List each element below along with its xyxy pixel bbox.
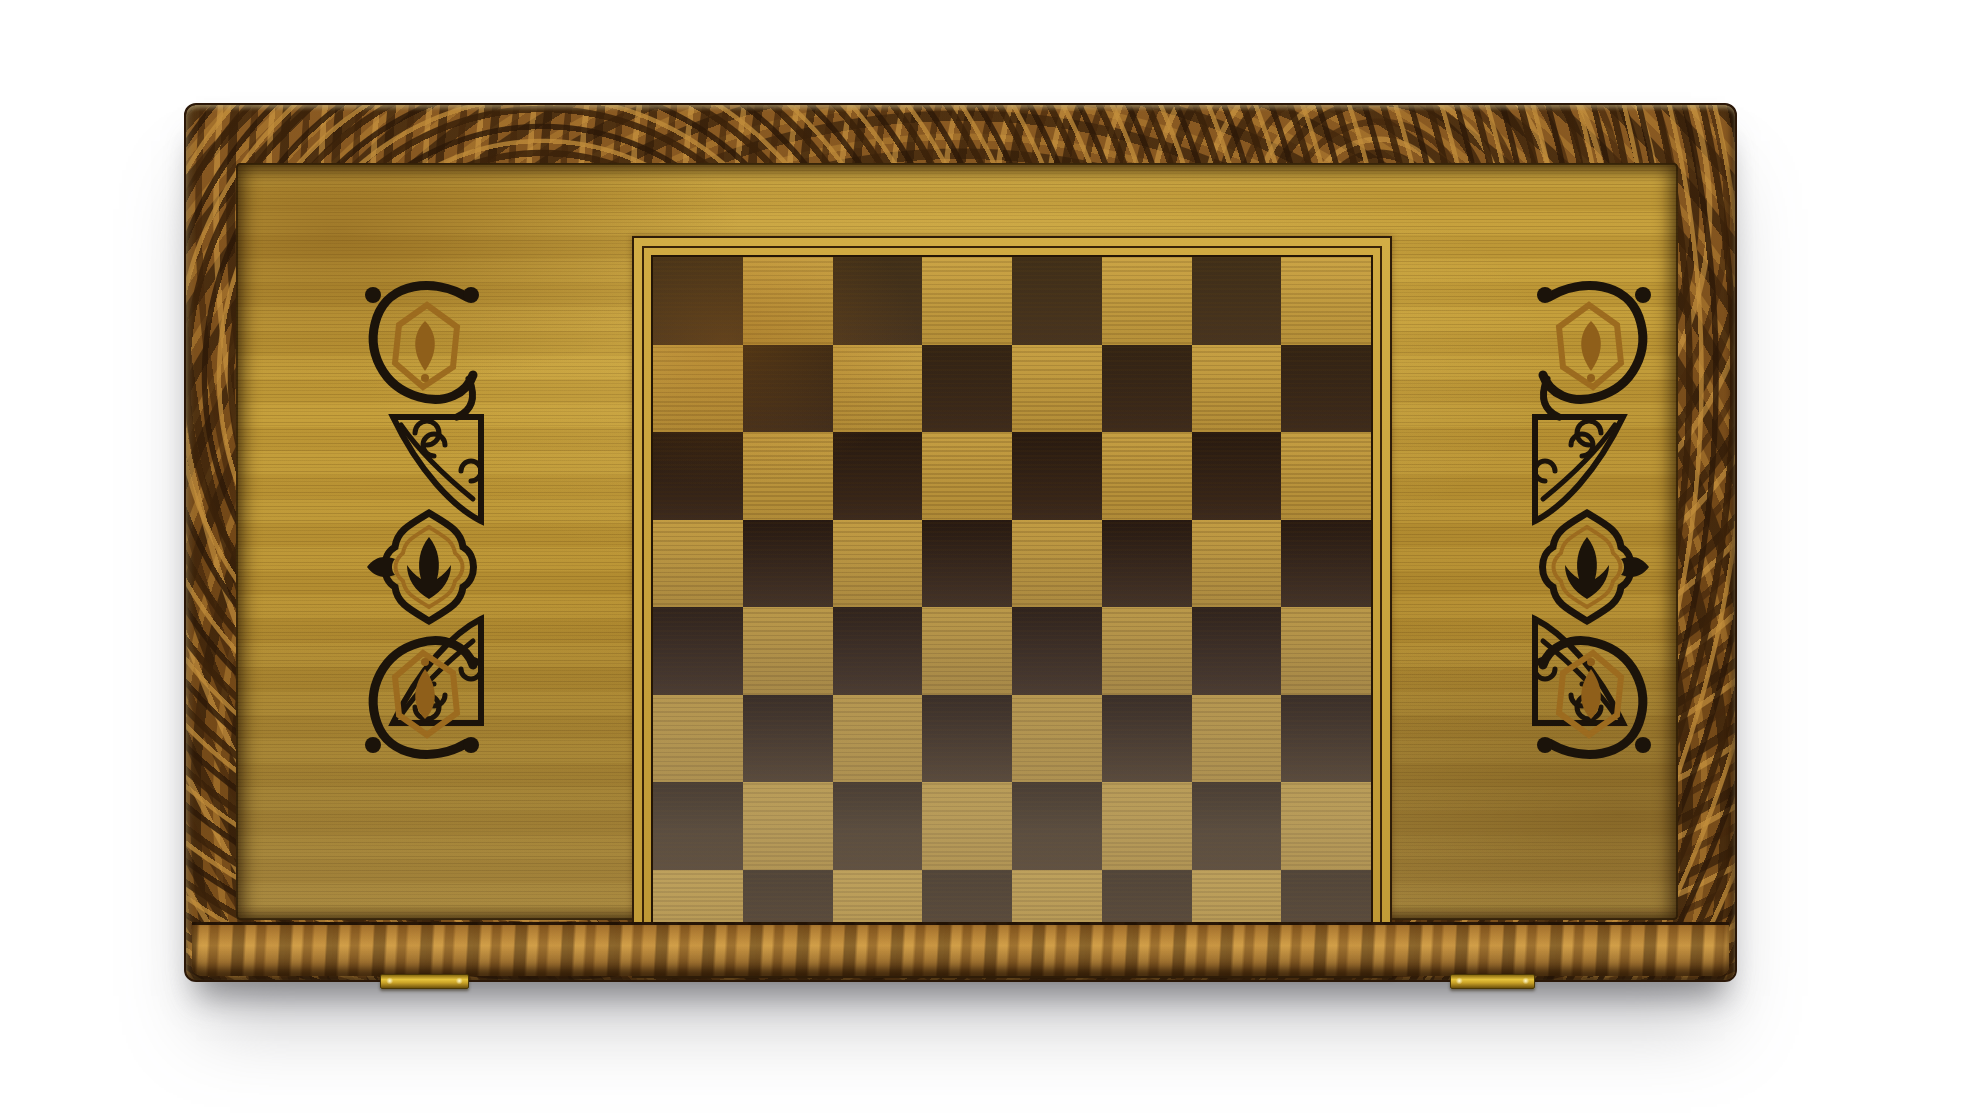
- square-h6[interactable]: [1281, 432, 1371, 520]
- square-d8[interactable]: [922, 257, 1012, 345]
- case-front-edge: [192, 922, 1729, 976]
- square-b6[interactable]: [743, 432, 833, 520]
- square-e5[interactable]: [1012, 520, 1102, 608]
- square-b7[interactable]: [743, 345, 833, 433]
- square-d4[interactable]: [922, 607, 1012, 695]
- square-c4[interactable]: [833, 607, 923, 695]
- square-h7[interactable]: [1281, 345, 1371, 433]
- chessboard: [651, 255, 1373, 959]
- square-a6[interactable]: [653, 432, 743, 520]
- square-e2[interactable]: [1012, 782, 1102, 870]
- square-f3[interactable]: [1102, 695, 1192, 783]
- square-a5[interactable]: [653, 520, 743, 608]
- square-d2[interactable]: [922, 782, 1012, 870]
- lid-panel: [236, 163, 1678, 920]
- square-g8[interactable]: [1192, 257, 1282, 345]
- square-c8[interactable]: [833, 257, 923, 345]
- arabesque-pattern: [349, 275, 509, 765]
- square-h2[interactable]: [1281, 782, 1371, 870]
- square-c2[interactable]: [833, 782, 923, 870]
- square-f4[interactable]: [1102, 607, 1192, 695]
- square-g7[interactable]: [1192, 345, 1282, 433]
- square-a8[interactable]: [653, 257, 743, 345]
- square-h8[interactable]: [1281, 257, 1371, 345]
- right-marquetry-ornament: [1507, 275, 1667, 765]
- hinge-right: [1450, 974, 1535, 989]
- chessboard-inner-frame: [642, 246, 1382, 968]
- square-b3[interactable]: [743, 695, 833, 783]
- square-h4[interactable]: [1281, 607, 1371, 695]
- square-g5[interactable]: [1192, 520, 1282, 608]
- square-d7[interactable]: [922, 345, 1012, 433]
- square-h5[interactable]: [1281, 520, 1371, 608]
- square-c7[interactable]: [833, 345, 923, 433]
- square-f5[interactable]: [1102, 520, 1192, 608]
- hinge-left: [380, 974, 469, 989]
- square-e3[interactable]: [1012, 695, 1102, 783]
- square-b2[interactable]: [743, 782, 833, 870]
- square-b4[interactable]: [743, 607, 833, 695]
- square-f7[interactable]: [1102, 345, 1192, 433]
- square-d5[interactable]: [922, 520, 1012, 608]
- arabesque-pattern: [1507, 275, 1667, 765]
- square-e8[interactable]: [1012, 257, 1102, 345]
- square-g4[interactable]: [1192, 607, 1282, 695]
- square-a7[interactable]: [653, 345, 743, 433]
- square-d3[interactable]: [922, 695, 1012, 783]
- square-f8[interactable]: [1102, 257, 1192, 345]
- square-b5[interactable]: [743, 520, 833, 608]
- left-marquetry-ornament: [349, 275, 509, 765]
- square-c5[interactable]: [833, 520, 923, 608]
- square-e6[interactable]: [1012, 432, 1102, 520]
- square-c6[interactable]: [833, 432, 923, 520]
- square-c3[interactable]: [833, 695, 923, 783]
- square-h3[interactable]: [1281, 695, 1371, 783]
- square-b8[interactable]: [743, 257, 833, 345]
- square-f6[interactable]: [1102, 432, 1192, 520]
- square-e4[interactable]: [1012, 607, 1102, 695]
- square-g2[interactable]: [1192, 782, 1282, 870]
- square-e7[interactable]: [1012, 345, 1102, 433]
- square-g6[interactable]: [1192, 432, 1282, 520]
- square-a4[interactable]: [653, 607, 743, 695]
- square-f2[interactable]: [1102, 782, 1192, 870]
- game-box: [184, 103, 1737, 982]
- chessboard-frame: [632, 236, 1392, 978]
- square-a3[interactable]: [653, 695, 743, 783]
- square-g3[interactable]: [1192, 695, 1282, 783]
- square-d6[interactable]: [922, 432, 1012, 520]
- square-a2[interactable]: [653, 782, 743, 870]
